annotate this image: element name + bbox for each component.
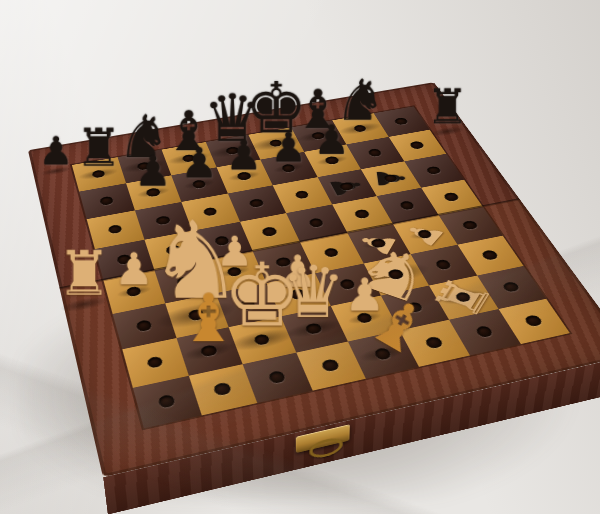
peg-hole xyxy=(382,173,398,182)
clasp-ring-icon xyxy=(310,435,344,460)
peg-hole xyxy=(339,181,355,190)
peg-hole xyxy=(91,169,105,178)
peg-hole xyxy=(225,146,240,155)
peg-hole xyxy=(107,224,122,234)
peg-hole xyxy=(426,165,442,174)
peg-hole xyxy=(308,217,324,227)
peg-hole xyxy=(394,117,409,125)
peg-hole xyxy=(236,171,251,180)
peg-hole xyxy=(354,209,371,219)
peg-hole xyxy=(367,148,383,157)
peg-hole xyxy=(461,220,478,230)
peg-hole xyxy=(409,140,425,149)
black-pawn-glyph: ♟ xyxy=(39,132,74,171)
peg-hole xyxy=(249,198,265,208)
white-bishop-glyph: ♝ xyxy=(179,284,239,351)
peg-hole xyxy=(311,131,326,139)
peg-hole xyxy=(261,226,277,236)
peg-hole xyxy=(137,161,152,170)
black-rook-glyph: ♜ xyxy=(426,83,469,131)
peg-hole xyxy=(443,192,460,202)
peg-hole xyxy=(181,153,196,162)
chess-board-scene: ♜♞♝♛♚♝♞♜♟♟♟♟♟♟♟♟♜♟♞♝♚♟♛♟♟♝♟♟♞♜ xyxy=(0,0,600,514)
peg-hole xyxy=(99,196,114,206)
board-plane: ♜♞♝♛♚♝♞♜♟♟♟♟♟♟♟♟♜♟♞♝♚♟♛♟♟♝♟♟♞♜ xyxy=(28,82,600,477)
peg-hole xyxy=(146,187,161,197)
peg-hole xyxy=(324,156,339,165)
peg-hole xyxy=(191,179,206,188)
white-rook-glyph: ♜ xyxy=(57,242,112,304)
peg-hole xyxy=(352,124,367,132)
peg-hole xyxy=(268,138,283,147)
photo-stage: ♜♞♝♛♚♝♞♜♟♟♟♟♟♟♟♟♜♟♞♝♚♟♛♟♟♝♟♟♞♜ xyxy=(0,0,600,514)
peg-hole xyxy=(294,190,310,200)
peg-hole xyxy=(416,229,433,239)
peg-hole xyxy=(399,200,416,210)
peg-hole xyxy=(281,163,296,172)
